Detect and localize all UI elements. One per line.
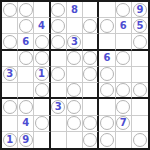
cell-r9c3[interactable] xyxy=(34,132,50,148)
odd-circle xyxy=(83,51,97,65)
odd-circle xyxy=(3,100,17,114)
puzzle-stage: 894656363134719 xyxy=(0,0,150,150)
cell-r4c7[interactable]: 6 xyxy=(99,51,115,67)
cell-r5c5[interactable] xyxy=(67,67,83,83)
odd-circle xyxy=(51,3,65,17)
cell-r5c3[interactable]: 1 xyxy=(34,67,50,83)
cell-r8c6[interactable] xyxy=(83,116,99,132)
cell-r4c2[interactable] xyxy=(18,51,34,67)
odd-circle xyxy=(51,35,65,49)
odd-circle xyxy=(51,19,65,33)
cell-r9c4[interactable] xyxy=(51,132,67,148)
cell-r1c2[interactable] xyxy=(18,2,34,18)
cell-r6c1[interactable] xyxy=(2,83,18,99)
odd-circle xyxy=(35,83,49,97)
cell-r4c9[interactable] xyxy=(132,51,148,67)
cell-r6c8[interactable] xyxy=(116,83,132,99)
given-digit: 4 xyxy=(38,21,45,31)
given-digit: 6 xyxy=(103,53,110,63)
cell-r9c6[interactable] xyxy=(83,132,99,148)
cell-r1c5[interactable]: 8 xyxy=(67,2,83,18)
cell-r7c3[interactable] xyxy=(34,99,50,115)
cell-r1c4[interactable] xyxy=(51,2,67,18)
odd-circle xyxy=(35,35,49,49)
cell-r6c4[interactable] xyxy=(51,83,67,99)
cell-r4c8[interactable] xyxy=(116,51,132,67)
cell-r5c7[interactable] xyxy=(99,67,115,83)
odd-circle xyxy=(19,51,33,65)
odd-circle xyxy=(19,19,33,33)
given-digit: 1 xyxy=(38,69,45,79)
cell-r3c1[interactable] xyxy=(2,34,18,50)
cell-r1c1[interactable] xyxy=(2,2,18,18)
odd-circle xyxy=(116,100,130,114)
cell-r9c1[interactable]: 1 xyxy=(2,132,18,148)
cell-r8c4[interactable] xyxy=(51,116,67,132)
cell-r2c8[interactable]: 6 xyxy=(116,18,132,34)
cell-r5c1[interactable]: 3 xyxy=(2,67,18,83)
cell-r7c2[interactable] xyxy=(18,99,34,115)
cell-r3c6[interactable] xyxy=(83,34,99,50)
given-digit: 4 xyxy=(22,118,29,128)
odd-circle xyxy=(100,83,114,97)
cell-r4c5[interactable] xyxy=(67,51,83,67)
cell-r1c3[interactable] xyxy=(34,2,50,18)
cell-r3c3[interactable] xyxy=(34,34,50,50)
cell-r2c3[interactable]: 4 xyxy=(34,18,50,34)
cell-r4c6[interactable] xyxy=(83,51,99,67)
odd-circle xyxy=(133,83,147,97)
odd-circle xyxy=(133,133,147,147)
cell-r6c9[interactable] xyxy=(132,83,148,99)
cell-r8c1[interactable] xyxy=(2,116,18,132)
odd-circle xyxy=(51,67,65,81)
given-digit: 8 xyxy=(71,5,78,15)
odd-circle xyxy=(83,133,97,147)
odd-circle xyxy=(3,3,17,17)
cell-r7c1[interactable] xyxy=(2,99,18,115)
cell-r7c5[interactable] xyxy=(67,99,83,115)
cell-r3c9[interactable] xyxy=(132,34,148,50)
cell-r2c1[interactable] xyxy=(2,18,18,34)
odd-circle xyxy=(100,116,114,130)
cell-r3c8[interactable] xyxy=(116,34,132,50)
cell-r6c2[interactable] xyxy=(18,83,34,99)
cell-r1c9[interactable]: 9 xyxy=(132,2,148,18)
cell-r5c6[interactable] xyxy=(83,67,99,83)
cell-r9c7[interactable] xyxy=(99,132,115,148)
odd-circle xyxy=(19,100,33,114)
odd-circle xyxy=(83,116,97,130)
odd-circle xyxy=(100,19,114,33)
given-digit: 1 xyxy=(6,135,13,145)
cell-r8c9[interactable] xyxy=(132,116,148,132)
cell-r8c5[interactable] xyxy=(67,116,83,132)
cell-r7c9[interactable] xyxy=(132,99,148,115)
odd-circle xyxy=(83,19,97,33)
cell-r3c4[interactable] xyxy=(51,34,67,50)
cell-r5c2[interactable] xyxy=(18,67,34,83)
odd-circle xyxy=(35,51,49,65)
cell-r4c4[interactable] xyxy=(51,51,67,67)
odd-circle xyxy=(83,67,97,81)
cell-r1c7[interactable] xyxy=(99,2,115,18)
cell-r7c6[interactable] xyxy=(83,99,99,115)
cell-r7c7[interactable] xyxy=(99,99,115,115)
cell-r7c4[interactable]: 3 xyxy=(51,99,67,115)
cell-r6c3[interactable] xyxy=(34,83,50,99)
odd-circle xyxy=(67,100,81,114)
cell-r9c5[interactable] xyxy=(67,132,83,148)
cell-r1c8[interactable] xyxy=(116,2,132,18)
given-digit: 9 xyxy=(136,5,143,15)
cell-r9c9[interactable] xyxy=(132,132,148,148)
given-digit: 5 xyxy=(136,21,143,31)
cell-r2c6[interactable] xyxy=(83,18,99,34)
cell-r3c7[interactable] xyxy=(99,34,115,50)
odd-circle xyxy=(19,3,33,17)
odd-circle xyxy=(3,35,17,49)
given-digit: 6 xyxy=(120,21,127,31)
odd-circle xyxy=(35,116,49,130)
given-digit: 6 xyxy=(22,37,29,47)
odd-circle xyxy=(100,133,114,147)
cell-r2c7[interactable] xyxy=(99,18,115,34)
cell-r5c4[interactable] xyxy=(51,67,67,83)
cell-r3c2[interactable]: 6 xyxy=(18,34,34,50)
given-digit: 3 xyxy=(6,69,13,79)
cell-r6c5[interactable] xyxy=(67,83,83,99)
cell-r4c1[interactable] xyxy=(2,51,18,67)
cell-r2c4[interactable] xyxy=(51,18,67,34)
cell-r5c9[interactable] xyxy=(132,67,148,83)
cell-r4c3[interactable] xyxy=(34,51,50,67)
given-digit: 9 xyxy=(22,135,29,145)
odd-circle xyxy=(133,35,147,49)
cell-r2c9[interactable]: 5 xyxy=(132,18,148,34)
cell-r8c2[interactable]: 4 xyxy=(18,116,34,132)
cell-r8c3[interactable] xyxy=(34,116,50,132)
cell-r8c7[interactable] xyxy=(99,116,115,132)
odd-circle xyxy=(116,83,130,97)
odd-circle xyxy=(67,51,81,65)
cell-r8c8[interactable]: 7 xyxy=(116,116,132,132)
cell-r2c2[interactable] xyxy=(18,18,34,34)
given-digit: 3 xyxy=(71,37,78,47)
cell-r7c8[interactable] xyxy=(116,99,132,115)
cell-r9c8[interactable] xyxy=(116,132,132,148)
cell-r9c2[interactable]: 9 xyxy=(18,132,34,148)
sudoku-board: 894656363134719 xyxy=(0,0,150,150)
cell-r5c8[interactable] xyxy=(116,67,132,83)
odd-circle xyxy=(67,83,81,97)
cell-r6c7[interactable] xyxy=(99,83,115,99)
odd-circle xyxy=(67,116,81,130)
given-digit: 7 xyxy=(120,118,127,128)
cell-r1c6[interactable] xyxy=(83,2,99,18)
odd-circle xyxy=(116,3,130,17)
cell-r3c5[interactable]: 3 xyxy=(67,34,83,50)
odd-circle xyxy=(116,51,130,65)
cell-r6c6[interactable] xyxy=(83,83,99,99)
cell-r2c5[interactable] xyxy=(67,18,83,34)
given-digit: 3 xyxy=(55,102,62,112)
odd-circle xyxy=(100,67,114,81)
